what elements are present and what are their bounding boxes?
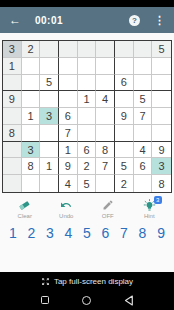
help-icon[interactable]: ? bbox=[129, 15, 140, 26]
sudoku-cell[interactable]: 5 bbox=[78, 175, 97, 192]
pencil-mode-button[interactable]: OFF bbox=[91, 198, 125, 219]
sudoku-cell[interactable] bbox=[40, 175, 59, 192]
status-bar bbox=[0, 0, 174, 7]
sudoku-cell[interactable]: 8 bbox=[3, 125, 22, 142]
eraser-icon bbox=[17, 198, 32, 212]
sudoku-cell[interactable]: 5 bbox=[134, 91, 153, 108]
sudoku-cell[interactable] bbox=[40, 41, 59, 58]
sudoku-cell[interactable] bbox=[3, 108, 22, 125]
sudoku-cell[interactable] bbox=[59, 41, 78, 58]
sudoku-cell[interactable] bbox=[115, 91, 134, 108]
clear-button[interactable]: Clear bbox=[8, 198, 42, 219]
sudoku-cell[interactable] bbox=[134, 41, 153, 58]
sudoku-cell[interactable] bbox=[3, 158, 22, 175]
sudoku-cell[interactable] bbox=[96, 175, 115, 192]
lightbulb-icon: 3 bbox=[143, 198, 156, 212]
sudoku-cell[interactable] bbox=[78, 58, 97, 75]
sudoku-cell[interactable] bbox=[78, 75, 97, 92]
numpad-digit-7[interactable]: 7 bbox=[120, 225, 128, 241]
number-pad: 123456789 bbox=[0, 225, 174, 241]
pencil-mode-label: OFF bbox=[102, 213, 114, 219]
sudoku-cell[interactable] bbox=[152, 91, 171, 108]
undo-label: Undo bbox=[59, 213, 73, 219]
sudoku-cell[interactable] bbox=[152, 125, 171, 142]
sudoku-cell[interactable] bbox=[152, 58, 171, 75]
sudoku-cell[interactable]: 6 bbox=[78, 142, 97, 159]
sudoku-cell[interactable]: 3 bbox=[152, 158, 171, 175]
sudoku-cell[interactable]: 8 bbox=[96, 142, 115, 159]
home-icon[interactable] bbox=[82, 296, 91, 305]
sudoku-cell[interactable] bbox=[40, 91, 59, 108]
sudoku-cell[interactable] bbox=[22, 58, 41, 75]
numpad-digit-4[interactable]: 4 bbox=[65, 225, 73, 241]
sudoku-cell[interactable] bbox=[96, 41, 115, 58]
sudoku-cell[interactable]: 3 bbox=[40, 108, 59, 125]
sudoku-cell[interactable]: 5 bbox=[152, 41, 171, 58]
app-bar: ← 00:01 ? ⋮ bbox=[0, 7, 174, 33]
sudoku-cell[interactable]: 2 bbox=[22, 41, 41, 58]
sudoku-cell[interactable]: 1 bbox=[59, 142, 78, 159]
android-nav-bar bbox=[0, 290, 174, 310]
sudoku-cell[interactable]: 8 bbox=[22, 158, 41, 175]
sudoku-cell[interactable]: 4 bbox=[96, 91, 115, 108]
sudoku-cell[interactable] bbox=[22, 175, 41, 192]
sudoku-cell[interactable] bbox=[40, 58, 59, 75]
numpad-digit-8[interactable]: 8 bbox=[139, 225, 147, 241]
sudoku-cell[interactable]: 1 bbox=[22, 108, 41, 125]
toolbar: Clear Undo OFF bbox=[0, 198, 174, 219]
sudoku-cell[interactable] bbox=[115, 125, 134, 142]
sudoku-cell[interactable]: 9 bbox=[3, 91, 22, 108]
numpad-digit-2[interactable]: 2 bbox=[28, 225, 36, 241]
sudoku-board-wrap: 32515691451369787316849819275634528 bbox=[2, 40, 172, 193]
sudoku-cell[interactable]: 7 bbox=[59, 125, 78, 142]
sudoku-cell[interactable]: 6 bbox=[115, 75, 134, 92]
sudoku-board: 32515691451369787316849819275634528 bbox=[2, 40, 172, 193]
fullscreen-icon bbox=[41, 277, 50, 286]
sudoku-cell[interactable]: 1 bbox=[3, 58, 22, 75]
sudoku-cell[interactable]: 7 bbox=[96, 158, 115, 175]
sudoku-cell[interactable] bbox=[78, 41, 97, 58]
numpad-digit-5[interactable]: 5 bbox=[83, 225, 91, 241]
sudoku-cell[interactable] bbox=[22, 125, 41, 142]
numpad-digit-9[interactable]: 9 bbox=[157, 225, 165, 241]
sudoku-cell[interactable] bbox=[3, 142, 22, 159]
sudoku-cell[interactable] bbox=[22, 91, 41, 108]
sudoku-cell[interactable]: 2 bbox=[78, 158, 97, 175]
sudoku-cell[interactable] bbox=[3, 75, 22, 92]
sudoku-cell[interactable]: 2 bbox=[115, 175, 134, 192]
sudoku-cell[interactable] bbox=[22, 75, 41, 92]
game-timer: 00:01 bbox=[35, 15, 63, 26]
sudoku-cell[interactable]: 6 bbox=[134, 158, 153, 175]
sudoku-cell[interactable] bbox=[115, 142, 134, 159]
pencil-icon bbox=[102, 198, 114, 212]
sudoku-cell[interactable]: 5 bbox=[115, 158, 134, 175]
sudoku-cell[interactable] bbox=[40, 125, 59, 142]
hint-count-badge: 3 bbox=[154, 196, 162, 204]
back-arrow-icon[interactable]: ← bbox=[9, 14, 21, 26]
numpad-digit-1[interactable]: 1 bbox=[9, 225, 17, 241]
undo-icon bbox=[59, 198, 73, 212]
recents-icon[interactable] bbox=[41, 296, 49, 304]
hint-label: Hint bbox=[144, 213, 155, 219]
sudoku-cell[interactable] bbox=[96, 108, 115, 125]
sudoku-cell[interactable]: 9 bbox=[115, 108, 134, 125]
sudoku-cell[interactable]: 1 bbox=[40, 158, 59, 175]
bottom-panel: Tap full-screen display bbox=[0, 272, 174, 310]
overflow-menu-icon[interactable]: ⋮ bbox=[154, 15, 165, 26]
sudoku-cell[interactable]: 3 bbox=[3, 41, 22, 58]
sudoku-cell[interactable] bbox=[115, 41, 134, 58]
sudoku-cell[interactable]: 1 bbox=[78, 91, 97, 108]
sudoku-cell[interactable]: 4 bbox=[134, 142, 153, 159]
sudoku-cell[interactable] bbox=[134, 75, 153, 92]
sudoku-cell[interactable] bbox=[59, 58, 78, 75]
sudoku-cell[interactable] bbox=[152, 75, 171, 92]
sudoku-cell[interactable] bbox=[115, 58, 134, 75]
sudoku-cell[interactable]: 3 bbox=[22, 142, 41, 159]
hint-button[interactable]: 3 Hint bbox=[132, 198, 166, 219]
sudoku-cell[interactable] bbox=[134, 125, 153, 142]
sudoku-cell[interactable]: 6 bbox=[59, 108, 78, 125]
clear-label: Clear bbox=[18, 213, 32, 219]
sudoku-cell[interactable]: 9 bbox=[59, 158, 78, 175]
sudoku-cell[interactable] bbox=[96, 125, 115, 142]
sudoku-cell[interactable] bbox=[96, 58, 115, 75]
sudoku-cell[interactable] bbox=[152, 108, 171, 125]
sudoku-cell[interactable]: 9 bbox=[152, 142, 171, 159]
sudoku-cell[interactable]: 4 bbox=[59, 175, 78, 192]
sudoku-cell[interactable] bbox=[134, 175, 153, 192]
sudoku-cell[interactable] bbox=[3, 175, 22, 192]
fullscreen-hint-bar[interactable]: Tap full-screen display bbox=[0, 272, 174, 290]
numpad-digit-3[interactable]: 3 bbox=[46, 225, 54, 241]
sudoku-cell[interactable] bbox=[96, 75, 115, 92]
fullscreen-hint-label: Tap full-screen display bbox=[54, 277, 133, 286]
numpad-digit-6[interactable]: 6 bbox=[102, 225, 110, 241]
sudoku-cell[interactable] bbox=[78, 125, 97, 142]
sudoku-cell[interactable] bbox=[59, 91, 78, 108]
sudoku-cell[interactable]: 7 bbox=[134, 108, 153, 125]
sudoku-cell[interactable] bbox=[40, 142, 59, 159]
sudoku-cell[interactable] bbox=[59, 75, 78, 92]
undo-button[interactable]: Undo bbox=[49, 198, 83, 219]
sudoku-cell[interactable] bbox=[78, 108, 97, 125]
sudoku-cell[interactable]: 8 bbox=[152, 175, 171, 192]
back-triangle-icon[interactable] bbox=[124, 295, 134, 306]
sudoku-cell[interactable] bbox=[134, 58, 153, 75]
sudoku-cell[interactable]: 5 bbox=[40, 75, 59, 92]
